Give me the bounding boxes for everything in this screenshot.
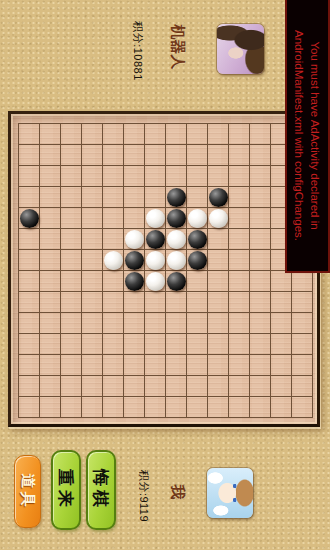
- white-stone: [167, 251, 186, 270]
- white-stone: [167, 230, 186, 249]
- black-stone: [167, 209, 186, 228]
- player-name-label: 我: [168, 482, 188, 502]
- white-stone: [146, 251, 165, 270]
- black-stone: [188, 230, 207, 249]
- gomoku-app-screen: 积分:10881 机器人 You must have AdActivity de…: [0, 0, 330, 550]
- undo-button-label: 悔棋: [88, 452, 114, 528]
- ad-banner-text: You must have AdActivity declared in And…: [287, 0, 328, 271]
- stones-layer: [18, 123, 313, 418]
- player-score: 积分:9119: [134, 470, 154, 522]
- player-avatar: [207, 468, 253, 518]
- ad-banner-line2: AndroidManifest.xml with configChanges.: [292, 30, 308, 241]
- board-grid[interactable]: [18, 123, 313, 418]
- black-stone: [146, 230, 165, 249]
- items-button-label: 道具: [15, 456, 40, 527]
- black-stone: [167, 188, 186, 207]
- white-stone: [125, 230, 144, 249]
- gomoku-board: [8, 111, 320, 427]
- white-stone: [104, 251, 123, 270]
- opponent-score-label: 积分:10881: [128, 20, 148, 82]
- restart-button[interactable]: 重来: [51, 450, 81, 530]
- black-stone: [167, 272, 186, 291]
- restart-button-label: 重来: [53, 452, 79, 528]
- white-stone: [146, 209, 165, 228]
- player-name: 我: [168, 482, 188, 502]
- undo-button[interactable]: 悔棋: [86, 450, 116, 530]
- white-stone: [146, 272, 165, 291]
- ad-banner[interactable]: You must have AdActivity declared in And…: [285, 0, 330, 273]
- opponent-name: 机器人: [166, 24, 190, 70]
- player-score-label: 积分:9119: [134, 470, 154, 522]
- black-stone: [20, 209, 39, 228]
- black-stone: [188, 251, 207, 270]
- white-stone: [209, 209, 228, 228]
- ad-banner-line1: You must have AdActivity declared in: [308, 41, 324, 229]
- black-stone: [209, 188, 228, 207]
- black-stone: [125, 251, 144, 270]
- opponent-name-label: 机器人: [166, 24, 190, 70]
- white-stone: [188, 209, 207, 228]
- opponent-score: 积分:10881: [128, 20, 148, 82]
- items-button[interactable]: 道具: [14, 455, 41, 528]
- black-stone: [125, 272, 144, 291]
- opponent-avatar: [217, 24, 264, 74]
